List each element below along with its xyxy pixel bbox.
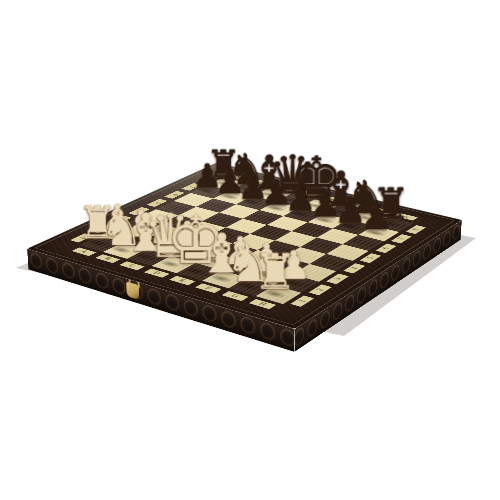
rank-label-left-6-text: 6: [170, 193, 178, 196]
rank-label-right-3-text: 3: [333, 277, 343, 280]
rank-label-right-7: 7: [391, 234, 412, 243]
rank-label-right-1-text: 1: [297, 299, 307, 303]
piece-glyph: ♟: [345, 199, 407, 235]
file-label-near-h-text: H: [257, 302, 267, 307]
rank-label-right-8: 8: [406, 225, 426, 234]
file-label-near-f-text: F: [204, 286, 213, 290]
rank-label-right-4: 4: [343, 263, 365, 273]
rank-label-right-2: 2: [309, 284, 332, 295]
rank-label-right-3: 3: [326, 274, 349, 285]
board-top-face: AABBCCDDEEFFGGHH8877665544332211 ♜♞♝♛♚♝♞…: [27, 163, 462, 329]
piece-glyph: ♜: [241, 248, 310, 297]
rank-label-right-6-text: 6: [382, 247, 391, 250]
chess-board-3d: AABBCCDDEEFFGGHH8877665544332211 ♜♞♝♛♚♝♞…: [27, 163, 462, 329]
chess-set-product-photo: AABBCCDDEEFFGGHH8877665544332211 ♜♞♝♛♚♝♞…: [0, 0, 500, 500]
rank-label-right-7-text: 7: [397, 237, 406, 240]
file-label-near-e-text: E: [177, 278, 186, 282]
rank-label-right-8-text: 8: [411, 228, 420, 231]
file-label-near-c-text: C: [127, 264, 137, 268]
rank-label-right-1: 1: [290, 295, 314, 306]
rank-label-right-5-text: 5: [366, 257, 375, 260]
rank-label-right-2-text: 2: [315, 288, 325, 292]
file-label-near-h: H: [249, 299, 276, 309]
rank-label-right-4-text: 4: [350, 267, 359, 270]
file-label-near-a-text: A: [79, 250, 89, 254]
file-label-near-b-text: B: [103, 257, 113, 261]
rank-label-right-5: 5: [360, 253, 382, 263]
file-label-near-g-text: G: [230, 294, 240, 299]
rank-label-right-6: 6: [376, 244, 397, 254]
brass-clasp-icon: [126, 281, 139, 300]
scene-perspective: AABBCCDDEEFFGGHH8877665544332211 ♜♞♝♛♚♝♞…: [0, 0, 500, 500]
file-label-near-d-text: D: [152, 271, 162, 275]
